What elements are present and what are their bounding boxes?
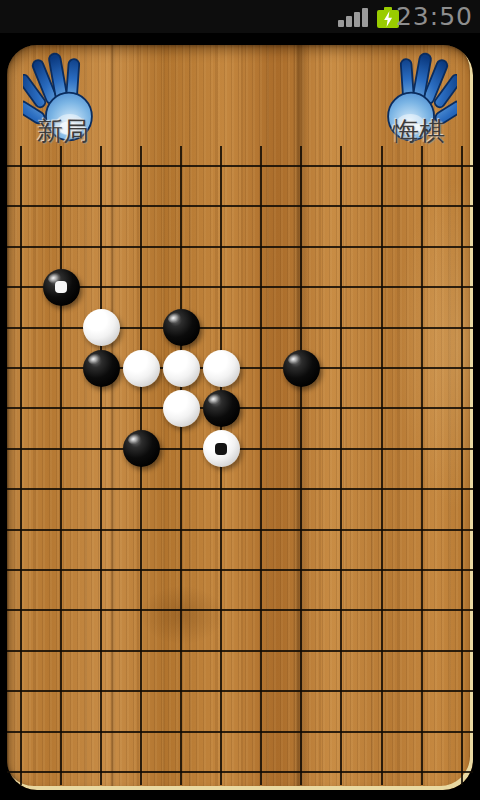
grid-vline xyxy=(461,146,463,785)
stone-black xyxy=(203,390,240,427)
stone-white xyxy=(163,350,200,387)
stone-white-marked xyxy=(203,430,240,467)
stone-white xyxy=(203,350,240,387)
stone-black-marked xyxy=(43,269,80,306)
grid-vline xyxy=(60,146,62,785)
grid-vline xyxy=(381,146,383,785)
clock: 23:50 xyxy=(396,2,473,31)
stone-white xyxy=(123,350,160,387)
undo-label: 悔棋 xyxy=(393,118,445,144)
grid-vline xyxy=(20,146,22,785)
new-game-button[interactable]: 新局 xyxy=(19,50,115,150)
stone-black xyxy=(163,309,200,346)
grid-hline xyxy=(7,327,473,329)
grid-vline xyxy=(421,146,423,785)
grid-vline xyxy=(100,146,102,785)
signal-strength-icon xyxy=(338,8,370,27)
grid-vline xyxy=(300,146,302,785)
grid-hline xyxy=(7,205,473,207)
game-board-panel: 新局 悔棋 xyxy=(7,45,473,790)
stone-black xyxy=(83,350,120,387)
grid-hline xyxy=(7,165,473,167)
grid-vline xyxy=(260,146,262,785)
grid-hline xyxy=(7,609,473,611)
grid-hline xyxy=(7,771,473,773)
grid-hline xyxy=(7,731,473,733)
grid-hline xyxy=(7,488,473,490)
board-grid[interactable] xyxy=(7,45,473,790)
stone-black xyxy=(283,350,320,387)
stone-white xyxy=(163,390,200,427)
last-move-marker xyxy=(55,281,67,293)
grid-hline xyxy=(7,407,473,409)
grid-hline xyxy=(7,569,473,571)
grid-hline xyxy=(7,246,473,248)
screen: 23:50 xyxy=(0,0,480,800)
grid-hline xyxy=(7,367,473,369)
grid-hline xyxy=(7,448,473,450)
undo-button[interactable]: 悔棋 xyxy=(365,50,461,150)
stone-white xyxy=(83,309,120,346)
grid-vline xyxy=(340,146,342,785)
stone-black xyxy=(123,430,160,467)
grid-hline xyxy=(7,690,473,692)
grid-hline xyxy=(7,650,473,652)
last-move-marker xyxy=(215,443,227,455)
new-game-label: 新局 xyxy=(37,118,89,144)
grid-vline xyxy=(180,146,182,785)
status-bar: 23:50 xyxy=(0,0,480,33)
grid-hline xyxy=(7,529,473,531)
